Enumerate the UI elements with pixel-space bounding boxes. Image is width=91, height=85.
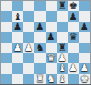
square-d7[interactable] xyxy=(34,11,45,21)
piece-black-pawn[interactable]: ♟ xyxy=(69,11,78,21)
square-g7[interactable]: ♟ xyxy=(68,11,79,21)
piece-black-pawn[interactable]: ♟ xyxy=(35,22,44,32)
square-a8[interactable] xyxy=(1,1,12,11)
square-d5[interactable] xyxy=(34,32,45,42)
piece-black-queen[interactable]: ♛ xyxy=(69,32,78,42)
square-f3[interactable]: ♟ xyxy=(57,53,68,63)
square-h5[interactable] xyxy=(79,32,90,42)
piece-black-king[interactable]: ♚ xyxy=(69,1,78,11)
piece-black-rook[interactable]: ♜ xyxy=(58,1,67,11)
square-e6[interactable] xyxy=(46,22,57,32)
square-f5[interactable] xyxy=(57,32,68,42)
square-b2[interactable] xyxy=(12,63,23,73)
square-g6[interactable] xyxy=(68,22,79,32)
chess-board-frame: ♜♚♝♟♟♟♟♟♛♟♟♞♜♛♟♝♟♟♜♞♝♚ xyxy=(0,0,91,85)
square-e1[interactable]: ♞ xyxy=(46,74,57,84)
square-b8[interactable] xyxy=(12,1,23,11)
square-b3[interactable] xyxy=(12,53,23,63)
piece-white-pawn[interactable]: ♟ xyxy=(13,43,22,53)
square-h4[interactable] xyxy=(79,43,90,53)
square-e2[interactable] xyxy=(46,63,57,73)
piece-black-knight[interactable]: ♞ xyxy=(35,43,44,53)
square-c7[interactable] xyxy=(23,11,34,21)
piece-white-knight[interactable]: ♞ xyxy=(47,74,56,84)
piece-black-bishop[interactable]: ♝ xyxy=(13,11,22,21)
square-f7[interactable] xyxy=(57,11,68,21)
square-a7[interactable] xyxy=(1,11,12,21)
square-e7[interactable] xyxy=(46,11,57,21)
square-b5[interactable] xyxy=(12,32,23,42)
square-d6[interactable]: ♟ xyxy=(34,22,45,32)
square-a2[interactable] xyxy=(1,63,12,73)
square-b7[interactable]: ♝ xyxy=(12,11,23,21)
chess-board: ♜♚♝♟♟♟♟♟♛♟♟♞♜♛♟♝♟♟♜♞♝♚ xyxy=(1,1,90,84)
piece-white-king[interactable]: ♚ xyxy=(80,74,89,84)
square-h2[interactable]: ♟ xyxy=(79,63,90,73)
piece-white-pawn[interactable]: ♟ xyxy=(80,63,89,73)
square-b6[interactable]: ♟ xyxy=(12,22,23,32)
square-g8[interactable]: ♚ xyxy=(68,1,79,11)
square-f2[interactable]: ♝ xyxy=(57,63,68,73)
square-g1[interactable] xyxy=(68,74,79,84)
piece-white-pawn[interactable]: ♟ xyxy=(24,43,33,53)
square-a4[interactable] xyxy=(1,43,12,53)
square-h3[interactable] xyxy=(79,53,90,63)
square-e8[interactable] xyxy=(46,1,57,11)
square-d4[interactable]: ♞ xyxy=(34,43,45,53)
square-c6[interactable] xyxy=(23,22,34,32)
piece-white-bishop[interactable]: ♝ xyxy=(58,74,67,84)
square-e4[interactable] xyxy=(46,43,57,53)
piece-black-pawn[interactable]: ♟ xyxy=(13,22,22,32)
square-f6[interactable] xyxy=(57,22,68,32)
square-h7[interactable] xyxy=(79,11,90,21)
square-g3[interactable] xyxy=(68,53,79,63)
square-g2[interactable]: ♟ xyxy=(68,63,79,73)
square-a3[interactable] xyxy=(1,53,12,63)
piece-white-pawn[interactable]: ♟ xyxy=(69,63,78,73)
square-c1[interactable] xyxy=(23,74,34,84)
square-f8[interactable]: ♜ xyxy=(57,1,68,11)
square-d2[interactable] xyxy=(34,63,45,73)
square-b1[interactable] xyxy=(12,74,23,84)
square-f1[interactable]: ♝ xyxy=(57,74,68,84)
piece-black-pawn[interactable]: ♟ xyxy=(47,32,56,42)
square-e5[interactable]: ♟ xyxy=(46,32,57,42)
square-d3[interactable] xyxy=(34,53,45,63)
piece-white-queen[interactable]: ♛ xyxy=(47,53,56,63)
square-c5[interactable] xyxy=(23,32,34,42)
square-d1[interactable]: ♜ xyxy=(34,74,45,84)
square-h1[interactable]: ♚ xyxy=(79,74,90,84)
square-a5[interactable] xyxy=(1,32,12,42)
piece-black-pawn[interactable]: ♟ xyxy=(80,22,89,32)
square-a6[interactable] xyxy=(1,22,12,32)
square-c2[interactable] xyxy=(23,63,34,73)
square-c3[interactable] xyxy=(23,53,34,63)
square-a1[interactable] xyxy=(1,74,12,84)
piece-white-bishop[interactable]: ♝ xyxy=(58,63,67,73)
square-b4[interactable]: ♟ xyxy=(12,43,23,53)
square-c4[interactable]: ♟ xyxy=(23,43,34,53)
square-h6[interactable]: ♟ xyxy=(79,22,90,32)
square-f4[interactable]: ♜ xyxy=(57,43,68,53)
square-h8[interactable] xyxy=(79,1,90,11)
square-g4[interactable] xyxy=(68,43,79,53)
piece-black-rook[interactable]: ♜ xyxy=(58,43,67,53)
square-e3[interactable]: ♛ xyxy=(46,53,57,63)
piece-white-rook[interactable]: ♜ xyxy=(35,74,44,84)
square-c8[interactable] xyxy=(23,1,34,11)
piece-white-pawn[interactable]: ♟ xyxy=(58,53,67,63)
square-g5[interactable]: ♛ xyxy=(68,32,79,42)
square-d8[interactable] xyxy=(34,1,45,11)
